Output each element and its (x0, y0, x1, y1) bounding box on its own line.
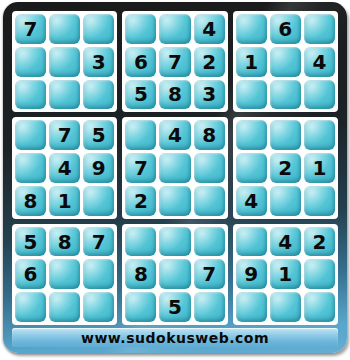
sudoku-cell[interactable] (125, 14, 156, 44)
sudoku-cell[interactable]: 8 (125, 259, 156, 289)
sudoku-cell[interactable] (194, 292, 225, 322)
sudoku-cell[interactable] (125, 120, 156, 150)
site-url-link[interactable]: www.sudokusweb.com (81, 330, 269, 346)
sudoku-cell[interactable]: 7 (125, 153, 156, 183)
sudoku-box: 4672583 (122, 11, 227, 112)
sudoku-cell[interactable] (270, 80, 301, 110)
sudoku-cell[interactable] (83, 292, 114, 322)
sudoku-cell[interactable]: 1 (270, 259, 301, 289)
sudoku-cell[interactable] (159, 186, 190, 216)
sudoku-cell[interactable] (15, 292, 46, 322)
sudoku-cell[interactable] (270, 47, 301, 77)
sudoku-cell[interactable] (15, 80, 46, 110)
sudoku-box: 875 (122, 224, 227, 325)
sudoku-cell[interactable] (83, 186, 114, 216)
sudoku-cell[interactable] (194, 153, 225, 183)
sudoku-cell[interactable] (304, 120, 335, 150)
sudoku-cell[interactable] (236, 227, 267, 257)
sudoku-cell[interactable]: 6 (270, 14, 301, 44)
sudoku-cell[interactable] (304, 292, 335, 322)
sudoku-cell[interactable]: 4 (194, 14, 225, 44)
sudoku-cell[interactable]: 2 (270, 153, 301, 183)
sudoku-cell[interactable]: 9 (236, 259, 267, 289)
sudoku-cell[interactable]: 1 (236, 47, 267, 77)
sudoku-cell[interactable]: 6 (125, 47, 156, 77)
sudoku-cell[interactable] (49, 14, 80, 44)
sudoku-cell[interactable] (15, 153, 46, 183)
sudoku-cell[interactable]: 4 (304, 47, 335, 77)
sudoku-page: 734672583614754981487221458768754291 www… (0, 0, 350, 360)
sudoku-cell[interactable]: 7 (159, 47, 190, 77)
sudoku-cell[interactable] (270, 186, 301, 216)
sudoku-cell[interactable] (236, 80, 267, 110)
sudoku-cell[interactable]: 4 (159, 120, 190, 150)
sudoku-cell[interactable]: 5 (83, 120, 114, 150)
sudoku-cell[interactable]: 8 (159, 80, 190, 110)
sudoku-cell[interactable] (194, 186, 225, 216)
sudoku-cell[interactable]: 7 (15, 14, 46, 44)
sudoku-box: 754981 (12, 117, 117, 218)
sudoku-cell[interactable] (236, 153, 267, 183)
sudoku-cell[interactable]: 1 (49, 186, 80, 216)
sudoku-cell[interactable] (304, 80, 335, 110)
sudoku-cell[interactable]: 3 (194, 80, 225, 110)
sudoku-cell[interactable] (49, 80, 80, 110)
sudoku-cell[interactable]: 7 (194, 259, 225, 289)
sudoku-cell[interactable] (194, 227, 225, 257)
sudoku-cell[interactable] (49, 259, 80, 289)
sudoku-cell[interactable] (159, 227, 190, 257)
sudoku-cell[interactable]: 5 (125, 80, 156, 110)
sudoku-cell[interactable]: 8 (194, 120, 225, 150)
sudoku-cell[interactable]: 4 (49, 153, 80, 183)
sudoku-cell[interactable]: 7 (49, 120, 80, 150)
sudoku-cell[interactable] (125, 292, 156, 322)
sudoku-cell[interactable]: 6 (15, 259, 46, 289)
sudoku-cell[interactable]: 4 (236, 186, 267, 216)
sudoku-box: 5876 (12, 224, 117, 325)
sudoku-cell[interactable]: 8 (49, 227, 80, 257)
sudoku-cell[interactable]: 9 (83, 153, 114, 183)
sudoku-box: 4291 (233, 224, 338, 325)
sudoku-cell[interactable]: 8 (15, 186, 46, 216)
sudoku-cell[interactable]: 2 (125, 186, 156, 216)
sudoku-cell[interactable]: 5 (15, 227, 46, 257)
sudoku-box: 614 (233, 11, 338, 112)
sudoku-cell[interactable]: 5 (159, 292, 190, 322)
sudoku-cell[interactable] (159, 14, 190, 44)
sudoku-cell[interactable]: 1 (304, 153, 335, 183)
sudoku-cell[interactable] (83, 14, 114, 44)
sudoku-cell[interactable] (15, 120, 46, 150)
sudoku-cell[interactable]: 2 (304, 227, 335, 257)
sudoku-board: 734672583614754981487221458768754291 (12, 11, 338, 325)
sudoku-cell[interactable] (236, 292, 267, 322)
site-url-band: www.sudokusweb.com (12, 328, 338, 347)
sudoku-cell[interactable]: 4 (270, 227, 301, 257)
sudoku-cell[interactable] (236, 120, 267, 150)
sudoku-cell[interactable]: 7 (83, 227, 114, 257)
sudoku-puzzle-frame: 734672583614754981487221458768754291 www… (3, 2, 347, 353)
sudoku-cell[interactable] (49, 292, 80, 322)
sudoku-cell[interactable] (304, 14, 335, 44)
sudoku-cell[interactable] (304, 186, 335, 216)
sudoku-cell[interactable]: 3 (83, 47, 114, 77)
sudoku-cell[interactable] (236, 14, 267, 44)
sudoku-box: 4872 (122, 117, 227, 218)
sudoku-cell[interactable] (125, 227, 156, 257)
sudoku-cell[interactable] (49, 47, 80, 77)
sudoku-cell[interactable] (304, 259, 335, 289)
sudoku-cell[interactable] (270, 120, 301, 150)
sudoku-cell[interactable] (270, 292, 301, 322)
sudoku-box: 214 (233, 117, 338, 218)
sudoku-cell[interactable] (159, 153, 190, 183)
sudoku-cell[interactable] (83, 80, 114, 110)
sudoku-cell[interactable] (83, 259, 114, 289)
sudoku-cell[interactable]: 2 (194, 47, 225, 77)
sudoku-box: 73 (12, 11, 117, 112)
sudoku-cell[interactable] (159, 259, 190, 289)
sudoku-cell[interactable] (15, 47, 46, 77)
